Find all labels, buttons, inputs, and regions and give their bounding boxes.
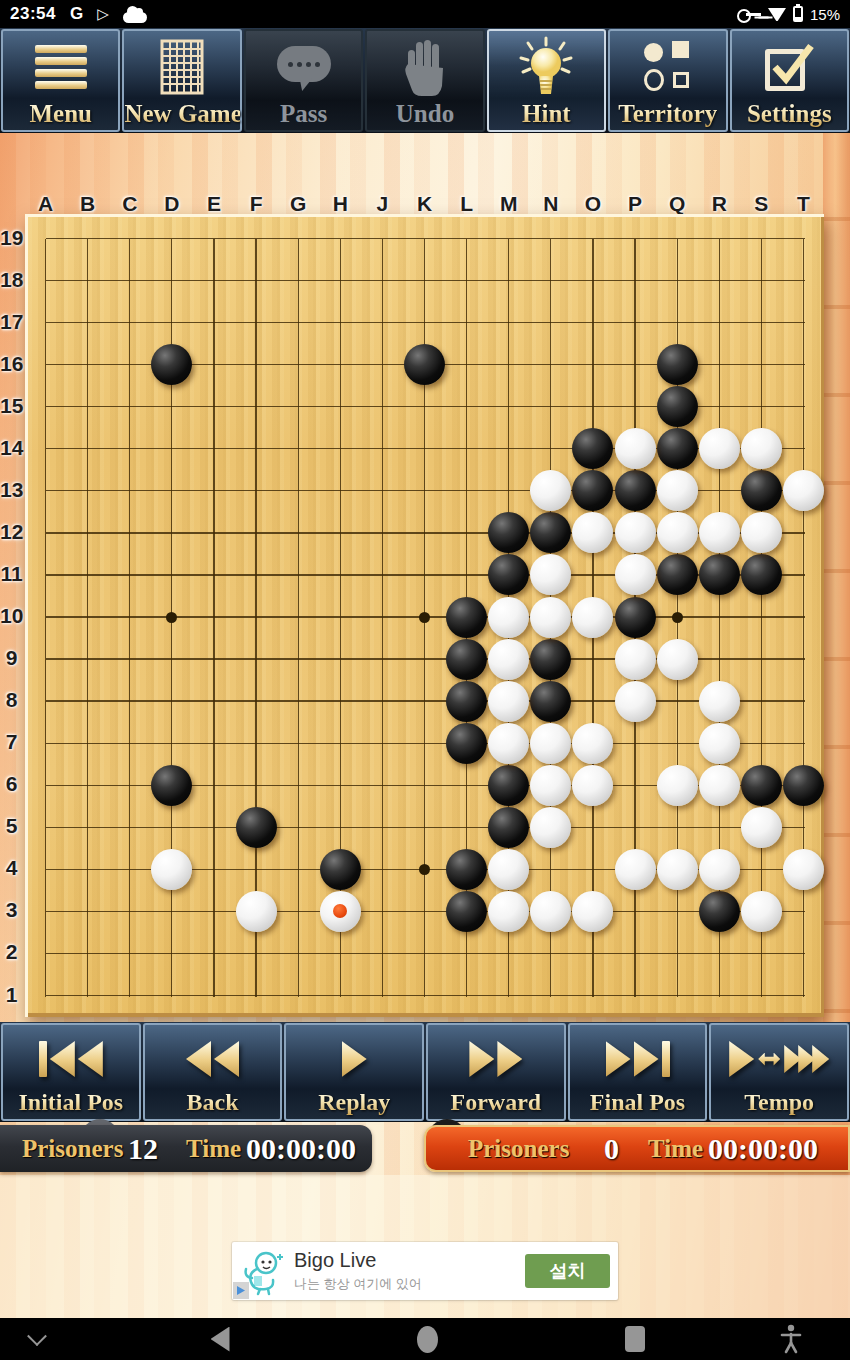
row-label-15: 15: [0, 394, 23, 418]
column-label-H: H: [325, 192, 355, 216]
territory-shapes-icon: [643, 39, 693, 95]
bamboo-background: [823, 133, 850, 1025]
white-stone-O12[interactable]: [572, 512, 613, 553]
grid-line: [46, 911, 805, 912]
column-label-G: G: [283, 192, 313, 216]
black-stone-P10[interactable]: [615, 597, 656, 638]
territory-label: Territory: [610, 100, 725, 128]
undo-label: Undo: [367, 100, 482, 128]
column-label-T: T: [789, 192, 819, 216]
territory-button[interactable]: Territory: [608, 29, 727, 132]
hide-navbar-chevron-icon[interactable]: [27, 1326, 47, 1346]
hand-icon: [402, 38, 448, 96]
column-label-S: S: [746, 192, 776, 216]
final-pos-label: Final Pos: [570, 1089, 706, 1116]
row-label-5: 5: [0, 814, 23, 838]
white-stone-Q12[interactable]: [657, 512, 698, 553]
white-stone-R7[interactable]: [699, 723, 740, 764]
column-label-R: R: [704, 192, 734, 216]
white-stone-N11[interactable]: [530, 554, 571, 595]
black-prisoners-count: 12: [128, 1132, 158, 1166]
white-stone-M4[interactable]: [488, 849, 529, 890]
star-point: [419, 612, 430, 623]
play-icon: [286, 1033, 422, 1085]
android-recents-icon[interactable]: [625, 1326, 645, 1352]
white-stone-O3[interactable]: [572, 891, 613, 932]
black-stone-N8[interactable]: [530, 681, 571, 722]
play-store-notification-icon: ▷: [97, 5, 109, 23]
initial-pos-button[interactable]: Initial Pos: [1, 1023, 141, 1121]
white-stone-Q9[interactable]: [657, 639, 698, 680]
hint-button[interactable]: Hint: [487, 29, 606, 132]
black-stone-K16[interactable]: [404, 344, 445, 385]
black-stone-Q16[interactable]: [657, 344, 698, 385]
black-stone-L9[interactable]: [446, 639, 487, 680]
grid-line: [46, 827, 805, 828]
white-stone-M7[interactable]: [488, 723, 529, 764]
white-stone-Q13[interactable]: [657, 470, 698, 511]
wifi-icon: [768, 7, 786, 21]
white-stone-M8[interactable]: [488, 681, 529, 722]
black-stone-R3[interactable]: [699, 891, 740, 932]
board-grid-icon: [159, 39, 205, 95]
row-label-4: 4: [0, 856, 23, 880]
go-board[interactable]: [25, 214, 824, 1017]
white-stone-F3[interactable]: [236, 891, 277, 932]
ad-install-button[interactable]: 설치: [525, 1254, 610, 1288]
menu-label: Menu: [3, 100, 118, 128]
cloud-notification-icon: [123, 12, 147, 23]
star-point: [672, 612, 683, 623]
accessibility-icon[interactable]: [780, 1324, 802, 1354]
row-label-14: 14: [0, 436, 23, 460]
ad-subtitle: 나는 항상 여기에 있어: [294, 1275, 422, 1293]
white-stone-R4[interactable]: [699, 849, 740, 890]
replay-button[interactable]: Replay: [284, 1023, 424, 1121]
white-stone-R12[interactable]: [699, 512, 740, 553]
pass-button[interactable]: Pass: [244, 29, 363, 132]
black-stone-M12[interactable]: [488, 512, 529, 553]
last-move-marker: [333, 904, 347, 918]
board-grid[interactable]: [46, 239, 804, 996]
ad-banner[interactable]: Bigo Live 나는 항상 여기에 있어 설치: [232, 1242, 618, 1300]
column-label-J: J: [367, 192, 397, 216]
black-stone-H4[interactable]: [320, 849, 361, 890]
black-prisoners-label: Prisoners: [22, 1135, 123, 1163]
clock: 23:54: [10, 4, 56, 24]
new-game-label: New Game: [124, 100, 239, 128]
checkbox-icon: [763, 41, 815, 93]
grid-line: [46, 700, 805, 701]
skip-to-end-icon: [570, 1033, 706, 1085]
white-stone-S12[interactable]: [741, 512, 782, 553]
ad-choices-icon[interactable]: [233, 1282, 249, 1299]
row-label-12: 12: [0, 520, 23, 544]
star-point: [166, 612, 177, 623]
final-pos-button[interactable]: Final Pos: [568, 1023, 708, 1121]
tempo-label: Tempo: [711, 1089, 847, 1116]
forward-label: Forward: [428, 1089, 564, 1116]
black-stone-M5[interactable]: [488, 807, 529, 848]
settings-label: Settings: [732, 100, 847, 128]
white-time-label: Time: [648, 1135, 703, 1163]
white-stone-N7[interactable]: [530, 723, 571, 764]
row-label-10: 10: [0, 604, 23, 628]
menu-icon: [35, 41, 87, 93]
black-stone-O13[interactable]: [572, 470, 613, 511]
column-label-O: O: [578, 192, 608, 216]
white-prisoners-count: 0: [604, 1132, 619, 1166]
white-stone-O7[interactable]: [572, 723, 613, 764]
tempo-button[interactable]: Tempo: [709, 1023, 849, 1121]
black-stone-O14[interactable]: [572, 428, 613, 469]
replay-toolbar: Initial Pos Back Replay Forward Final Po…: [0, 1022, 850, 1122]
row-label-6: 6: [0, 772, 23, 796]
ad-title: Bigo Live: [294, 1249, 376, 1272]
column-label-P: P: [620, 192, 650, 216]
white-stone-N5[interactable]: [530, 807, 571, 848]
grid-line: [46, 743, 805, 744]
top-toolbar: Menu New Game Pass Undo: [0, 28, 850, 133]
battery-percent: 15%: [810, 6, 840, 23]
row-label-9: 9: [0, 646, 23, 670]
initial-pos-label: Initial Pos: [3, 1089, 139, 1116]
white-stone-P14[interactable]: [615, 428, 656, 469]
black-stone-Q11[interactable]: [657, 554, 698, 595]
key-status-icon: [737, 8, 761, 20]
column-label-C: C: [115, 192, 145, 216]
rewind-icon: [145, 1033, 281, 1085]
black-stone-L7[interactable]: [446, 723, 487, 764]
tempo-icon: [711, 1033, 847, 1085]
row-label-3: 3: [0, 898, 23, 922]
column-label-D: D: [157, 192, 187, 216]
white-stone-P12[interactable]: [615, 512, 656, 553]
white-stone-H3[interactable]: [320, 891, 361, 932]
white-stone-N6[interactable]: [530, 765, 571, 806]
white-stone-N3[interactable]: [530, 891, 571, 932]
column-label-F: F: [241, 192, 271, 216]
white-stone-R8[interactable]: [699, 681, 740, 722]
black-stone-Q14[interactable]: [657, 428, 698, 469]
undo-button[interactable]: Undo: [365, 29, 484, 132]
black-stone-M6[interactable]: [488, 765, 529, 806]
black-stone-R11[interactable]: [699, 554, 740, 595]
grid-line: [46, 995, 805, 996]
white-stone-M10[interactable]: [488, 597, 529, 638]
grid-line: [761, 239, 762, 997]
white-stone-O10[interactable]: [572, 597, 613, 638]
white-stone-S14[interactable]: [741, 428, 782, 469]
black-stone-N12[interactable]: [530, 512, 571, 553]
star-point: [419, 864, 430, 875]
row-label-2: 2: [0, 940, 23, 964]
black-stone-D16[interactable]: [151, 344, 192, 385]
white-stone-R6[interactable]: [699, 765, 740, 806]
black-player-bar: Prisoners 12 Time 00:00:00: [0, 1125, 372, 1172]
column-label-Q: Q: [662, 192, 692, 216]
white-stone-Q6[interactable]: [657, 765, 698, 806]
fast-forward-icon: [428, 1033, 564, 1085]
white-stone-S5[interactable]: [741, 807, 782, 848]
black-stone-L10[interactable]: [446, 597, 487, 638]
row-label-7: 7: [0, 730, 23, 754]
menu-button[interactable]: Menu: [1, 29, 120, 132]
skip-to-start-icon: [3, 1033, 139, 1085]
row-label-17: 17: [0, 310, 23, 334]
row-label-18: 18: [0, 268, 23, 292]
black-time-value: 00:00:00: [246, 1132, 356, 1166]
black-stone-L3[interactable]: [446, 891, 487, 932]
row-label-13: 13: [0, 478, 23, 502]
white-stone-O6[interactable]: [572, 765, 613, 806]
black-stone-L4[interactable]: [446, 849, 487, 890]
forward-button[interactable]: Forward: [426, 1023, 566, 1121]
battery-icon: [793, 6, 803, 22]
black-stone-D6[interactable]: [151, 765, 192, 806]
replay-label: Replay: [286, 1089, 422, 1116]
row-label-8: 8: [0, 688, 23, 712]
status-bar: 23:54 G ▷ 15%: [0, 0, 850, 28]
black-time-label: Time: [186, 1135, 241, 1163]
column-label-A: A: [31, 192, 61, 216]
new-game-button[interactable]: New Game: [122, 29, 241, 132]
row-label-11: 11: [0, 562, 23, 586]
column-label-N: N: [536, 192, 566, 216]
back-label: Back: [145, 1089, 281, 1116]
grid-line: [46, 953, 805, 954]
android-navigation-bar: [0, 1318, 850, 1360]
back-button[interactable]: Back: [143, 1023, 283, 1121]
android-back-icon[interactable]: [211, 1327, 230, 1352]
white-stone-T4[interactable]: [783, 849, 824, 890]
white-stone-S3[interactable]: [741, 891, 782, 932]
black-stone-L8[interactable]: [446, 681, 487, 722]
white-time-value: 00:00:00: [708, 1132, 818, 1166]
white-stone-P11[interactable]: [615, 554, 656, 595]
white-stone-N10[interactable]: [530, 597, 571, 638]
black-stone-S13[interactable]: [741, 470, 782, 511]
black-stone-N9[interactable]: [530, 639, 571, 680]
white-stone-T13[interactable]: [783, 470, 824, 511]
column-label-M: M: [494, 192, 524, 216]
speech-bubble-icon: [276, 43, 332, 91]
pass-label: Pass: [246, 100, 361, 128]
white-stone-P9[interactable]: [615, 639, 656, 680]
white-stone-D4[interactable]: [151, 849, 192, 890]
white-stone-M9[interactable]: [488, 639, 529, 680]
white-player-bar: Prisoners 0 Time 00:00:00: [424, 1125, 850, 1172]
white-stone-R14[interactable]: [699, 428, 740, 469]
column-label-K: K: [410, 192, 440, 216]
column-label-L: L: [452, 192, 482, 216]
black-stone-T6[interactable]: [783, 765, 824, 806]
column-label-E: E: [199, 192, 229, 216]
settings-button[interactable]: Settings: [730, 29, 849, 132]
row-label-19: 19: [0, 226, 23, 250]
white-stone-M3[interactable]: [488, 891, 529, 932]
google-notification-icon: G: [70, 4, 83, 24]
white-stone-P4[interactable]: [615, 849, 656, 890]
android-home-icon[interactable]: [417, 1326, 438, 1353]
black-stone-S11[interactable]: [741, 554, 782, 595]
lightbulb-icon: [515, 36, 577, 98]
black-stone-S6[interactable]: [741, 765, 782, 806]
column-label-B: B: [73, 192, 103, 216]
white-stone-P8[interactable]: [615, 681, 656, 722]
white-prisoners-label: Prisoners: [468, 1135, 569, 1163]
black-stone-F5[interactable]: [236, 807, 277, 848]
black-stone-P13[interactable]: [615, 470, 656, 511]
row-label-16: 16: [0, 352, 23, 376]
white-stone-N13[interactable]: [530, 470, 571, 511]
white-stone-Q4[interactable]: [657, 849, 698, 890]
black-stone-Q15[interactable]: [657, 386, 698, 427]
hint-label: Hint: [489, 100, 604, 128]
row-label-1: 1: [0, 983, 23, 1007]
black-stone-M11[interactable]: [488, 554, 529, 595]
